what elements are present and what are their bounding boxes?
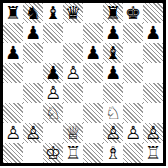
square-c2[interactable] — [43, 123, 63, 143]
black-rook-f8: ♜ — [105, 3, 121, 23]
square-b8[interactable]: ♞ — [23, 3, 43, 23]
square-c3[interactable]: ♘ — [43, 103, 63, 123]
white-king-c1: ♔ — [45, 143, 61, 163]
square-g4[interactable] — [123, 83, 143, 103]
white-rook-h1: ♖ — [145, 143, 161, 163]
square-d3[interactable] — [63, 103, 83, 123]
black-king-g8: ♚ — [125, 3, 141, 23]
square-e4[interactable] — [83, 83, 103, 103]
square-c7[interactable] — [43, 23, 63, 43]
square-e3[interactable] — [83, 103, 103, 123]
black-pawn-h7: ♟ — [145, 23, 161, 43]
square-g1[interactable] — [123, 143, 143, 163]
square-g7[interactable] — [123, 23, 143, 43]
square-d6[interactable] — [63, 43, 83, 63]
square-a8[interactable]: ♜ — [3, 3, 23, 23]
white-pawn-g2: ♙ — [125, 123, 141, 143]
black-pawn-b7: ♟ — [25, 23, 41, 43]
white-pawn-a2: ♙ — [5, 123, 21, 143]
square-c8[interactable]: ♝ — [43, 3, 63, 23]
square-f5[interactable]: ♟ — [103, 63, 123, 83]
black-pawn-c5: ♟ — [45, 63, 61, 83]
square-a5[interactable] — [3, 63, 23, 83]
square-e7[interactable] — [83, 23, 103, 43]
black-knight-b8: ♞ — [25, 3, 41, 23]
square-c5[interactable]: ♟ — [43, 63, 63, 83]
square-d8[interactable]: ♛ — [63, 3, 83, 23]
square-h7[interactable]: ♟ — [143, 23, 163, 43]
square-a4[interactable] — [3, 83, 23, 103]
square-a3[interactable] — [3, 103, 23, 123]
square-d7[interactable] — [63, 23, 83, 43]
square-f2[interactable]: ♙ — [103, 123, 123, 143]
square-a1[interactable] — [3, 143, 23, 163]
black-pawn-a6: ♟ — [5, 43, 21, 63]
square-g6[interactable] — [123, 43, 143, 63]
square-a7[interactable] — [3, 23, 23, 43]
black-bishop-c8: ♝ — [45, 3, 61, 23]
square-f1[interactable]: ♗ — [103, 143, 123, 163]
white-rook-d1: ♖ — [65, 143, 81, 163]
square-b6[interactable] — [23, 43, 43, 63]
chess-board: ♜♞♝♛♜♚♟♟♟♟♟♝♟♙♟♙♘♘♙♙♕♙♙♙♔♖♗♖ — [3, 3, 163, 163]
square-h5[interactable] — [143, 63, 163, 83]
black-pawn-f7: ♟ — [105, 23, 121, 43]
square-f8[interactable]: ♜ — [103, 3, 123, 23]
white-pawn-f2: ♙ — [105, 123, 121, 143]
square-b3[interactable] — [23, 103, 43, 123]
square-d4[interactable] — [63, 83, 83, 103]
square-e1[interactable] — [83, 143, 103, 163]
square-a2[interactable]: ♙ — [3, 123, 23, 143]
square-a6[interactable]: ♟ — [3, 43, 23, 63]
square-e6[interactable]: ♟ — [83, 43, 103, 63]
square-h2[interactable]: ♙ — [143, 123, 163, 143]
square-h3[interactable] — [143, 103, 163, 123]
square-h6[interactable] — [143, 43, 163, 63]
square-h4[interactable] — [143, 83, 163, 103]
white-knight-f3: ♘ — [105, 103, 121, 123]
square-f3[interactable]: ♘ — [103, 103, 123, 123]
square-e5[interactable] — [83, 63, 103, 83]
square-d2[interactable]: ♕ — [63, 123, 83, 143]
square-e8[interactable] — [83, 3, 103, 23]
square-g8[interactable]: ♚ — [123, 3, 143, 23]
square-b4[interactable] — [23, 83, 43, 103]
square-b5[interactable] — [23, 63, 43, 83]
white-knight-c3: ♘ — [45, 103, 61, 123]
black-pawn-e6: ♟ — [85, 43, 101, 63]
square-c4[interactable]: ♙ — [43, 83, 63, 103]
black-pawn-f5: ♟ — [105, 63, 121, 83]
square-f4[interactable] — [103, 83, 123, 103]
black-bishop-f6: ♝ — [105, 43, 121, 63]
square-c1[interactable]: ♔ — [43, 143, 63, 163]
square-h1[interactable]: ♖ — [143, 143, 163, 163]
chess-board-frame: ♜♞♝♛♜♚♟♟♟♟♟♝♟♙♟♙♘♘♙♙♕♙♙♙♔♖♗♖ — [0, 0, 166, 166]
square-g5[interactable] — [123, 63, 143, 83]
black-rook-a8: ♜ — [5, 3, 21, 23]
square-c6[interactable] — [43, 43, 63, 63]
square-f6[interactable]: ♝ — [103, 43, 123, 63]
white-pawn-h2: ♙ — [145, 123, 161, 143]
square-d1[interactable]: ♖ — [63, 143, 83, 163]
square-b7[interactable]: ♟ — [23, 23, 43, 43]
square-b1[interactable] — [23, 143, 43, 163]
white-queen-d2: ♕ — [65, 123, 81, 143]
white-pawn-d5: ♙ — [65, 63, 81, 83]
square-f7[interactable]: ♟ — [103, 23, 123, 43]
white-pawn-c4: ♙ — [45, 83, 61, 103]
square-g3[interactable] — [123, 103, 143, 123]
square-e2[interactable] — [83, 123, 103, 143]
white-bishop-f1: ♗ — [105, 143, 121, 163]
square-g2[interactable]: ♙ — [123, 123, 143, 143]
square-d5[interactable]: ♙ — [63, 63, 83, 83]
square-b2[interactable]: ♙ — [23, 123, 43, 143]
black-queen-d8: ♛ — [65, 3, 81, 23]
white-pawn-b2: ♙ — [25, 123, 41, 143]
square-h8[interactable] — [143, 3, 163, 23]
